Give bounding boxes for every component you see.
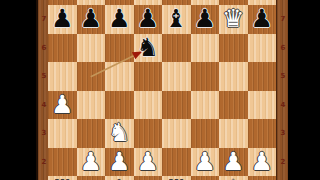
- white-rook-a1[interactable]: ♜: [48, 176, 77, 180]
- rank-label-7-right: 7: [277, 15, 288, 23]
- black-bishop-e7[interactable]: ♝: [162, 5, 191, 34]
- black-knight-d6[interactable]: ♞: [134, 34, 163, 63]
- square-a2[interactable]: [48, 148, 77, 177]
- square-h6[interactable]: [248, 34, 277, 63]
- white-pawn-f2[interactable]: ♟: [191, 148, 220, 177]
- square-f5[interactable]: [191, 62, 220, 91]
- letterbox-left: [0, 0, 36, 180]
- square-g6[interactable]: [219, 34, 248, 63]
- rank-label-6-right: 6: [277, 44, 288, 52]
- square-f4[interactable]: [191, 91, 220, 120]
- black-pawn-c7[interactable]: ♟: [105, 5, 134, 34]
- square-d5[interactable]: [134, 62, 163, 91]
- white-pawn-c2[interactable]: ♟: [105, 148, 134, 177]
- square-h4[interactable]: [248, 91, 277, 120]
- screenshot-stage: 87654321 87654321 ♜♝♛♚♜♟♟♟♟♝♟♛♟♞♟♞♟♟♟♟♟♟…: [0, 0, 320, 180]
- rank-label-2-right: 2: [277, 158, 288, 166]
- square-c4[interactable]: [105, 91, 134, 120]
- square-a5[interactable]: [48, 62, 77, 91]
- square-d4[interactable]: [134, 91, 163, 120]
- white-king-g1[interactable]: ♚: [219, 176, 248, 180]
- square-b3[interactable]: [77, 119, 106, 148]
- square-e3[interactable]: [162, 119, 191, 148]
- rank-label-3-right: 3: [277, 129, 288, 137]
- square-d1[interactable]: [134, 176, 163, 180]
- chess-board[interactable]: ♜♝♛♚♜♟♟♟♟♝♟♛♟♞♟♞♟♟♟♟♟♟♜♝♜♚: [48, 0, 276, 180]
- square-b1[interactable]: [77, 176, 106, 180]
- rank-label-4-right: 4: [277, 101, 288, 109]
- rank-label-5-right: 5: [277, 72, 288, 80]
- white-pawn-d2[interactable]: ♟: [134, 148, 163, 177]
- white-pawn-a4[interactable]: ♟: [48, 91, 77, 120]
- square-e5[interactable]: [162, 62, 191, 91]
- white-pawn-g2[interactable]: ♟: [219, 148, 248, 177]
- white-bishop-c1[interactable]: ♝: [105, 176, 134, 180]
- board-frame-right: 87654321: [276, 0, 288, 180]
- square-c6[interactable]: [105, 34, 134, 63]
- square-c5[interactable]: [105, 62, 134, 91]
- square-a3[interactable]: [48, 119, 77, 148]
- square-g5[interactable]: [219, 62, 248, 91]
- black-pawn-f7[interactable]: ♟: [191, 5, 220, 34]
- square-h3[interactable]: [248, 119, 277, 148]
- black-pawn-h7[interactable]: ♟: [248, 5, 277, 34]
- square-h1[interactable]: [248, 176, 277, 180]
- chess-board-wrap: 87654321 87654321 ♜♝♛♚♜♟♟♟♟♝♟♛♟♞♟♞♟♟♟♟♟♟…: [36, 0, 288, 180]
- letterbox-right: [288, 0, 320, 180]
- square-f1[interactable]: [191, 176, 220, 180]
- black-pawn-a7[interactable]: ♟: [48, 5, 77, 34]
- square-g4[interactable]: [219, 91, 248, 120]
- black-pawn-b7[interactable]: ♟: [77, 5, 106, 34]
- square-a6[interactable]: [48, 34, 77, 63]
- square-f6[interactable]: [191, 34, 220, 63]
- square-h5[interactable]: [248, 62, 277, 91]
- black-pawn-d7[interactable]: ♟: [134, 5, 163, 34]
- white-rook-e1[interactable]: ♜: [162, 176, 191, 180]
- square-e6[interactable]: [162, 34, 191, 63]
- square-g3[interactable]: [219, 119, 248, 148]
- square-d3[interactable]: [134, 119, 163, 148]
- square-b5[interactable]: [77, 62, 106, 91]
- white-pawn-h2[interactable]: ♟: [248, 148, 277, 177]
- square-b4[interactable]: [77, 91, 106, 120]
- white-queen-g7[interactable]: ♛: [219, 5, 248, 34]
- square-f3[interactable]: [191, 119, 220, 148]
- square-e2[interactable]: [162, 148, 191, 177]
- white-pawn-b2[interactable]: ♟: [77, 148, 106, 177]
- square-b6[interactable]: [77, 34, 106, 63]
- square-e4[interactable]: [162, 91, 191, 120]
- white-knight-c3[interactable]: ♞: [105, 119, 134, 148]
